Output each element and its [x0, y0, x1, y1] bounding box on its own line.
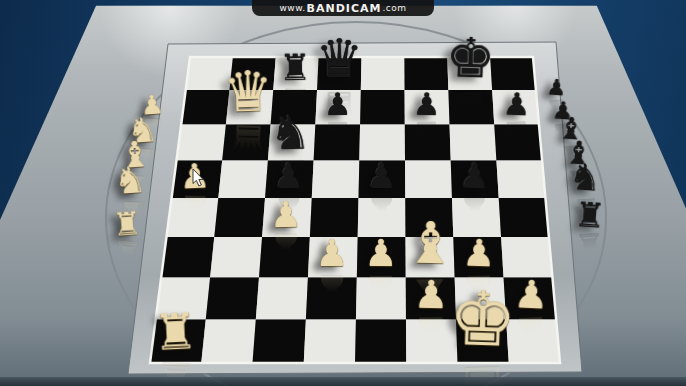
- square-c3[interactable]: [259, 237, 310, 278]
- piece-white-pawn-c4[interactable]: ♟: [261, 196, 312, 233]
- watermark-suffix: .com: [382, 3, 406, 13]
- square-b5[interactable]: [218, 161, 268, 199]
- piece-white-rook-a1[interactable]: ♜: [140, 307, 211, 360]
- piece-black-pawn-c5[interactable]: ♟: [264, 159, 312, 194]
- captured-white-rook: ♜: [104, 206, 151, 241]
- square-b3[interactable]: [210, 237, 262, 278]
- square-b4[interactable]: [214, 198, 265, 237]
- watermark-brand: BANDICAM: [307, 2, 382, 15]
- captured-white-knight: ♞: [104, 161, 157, 200]
- piece-black-knight-c6[interactable]: ♞: [258, 109, 323, 156]
- square-h6[interactable]: [494, 125, 542, 161]
- square-h4[interactable]: [499, 198, 549, 237]
- square-d1[interactable]: [304, 320, 356, 364]
- captured-black-rook: ♜: [565, 196, 615, 233]
- square-a4[interactable]: [166, 198, 218, 237]
- square-c1[interactable]: [253, 320, 306, 364]
- square-f5[interactable]: [405, 161, 452, 199]
- square-g7[interactable]: [448, 90, 494, 125]
- square-d5[interactable]: [312, 161, 360, 199]
- square-e7[interactable]: [360, 90, 405, 125]
- square-e1[interactable]: [355, 320, 406, 364]
- square-c2[interactable]: [256, 278, 308, 320]
- watermark-prefix: www.: [279, 3, 305, 13]
- chess-titans-screen: ♜♜♛♛♚♚♛♛♟♟♟♟♟♟♞♞♟♟♟♟♟♟♟♟♟♟♟♟♟♟♝♝♟♟♟♟♟♟♜♜…: [0, 0, 686, 386]
- square-b2[interactable]: [206, 278, 259, 320]
- table-front-edge: [0, 377, 686, 386]
- piece-black-queen-d8[interactable]: ♛: [302, 33, 377, 87]
- piece-white-pawn-g3[interactable]: ♟: [452, 235, 505, 274]
- square-d2[interactable]: [306, 278, 357, 320]
- piece-white-pawn-d3[interactable]: ♟: [306, 235, 358, 273]
- piece-black-pawn-h7[interactable]: ♟: [494, 88, 539, 121]
- piece-black-pawn-d7[interactable]: ♟: [316, 89, 360, 120]
- piece-white-king-g1[interactable]: ♚: [429, 281, 537, 360]
- bandicam-watermark: www.BANDICAM.com: [252, 0, 434, 16]
- captured-black-knight: ♞: [559, 158, 612, 197]
- piece-black-king-g8[interactable]: ♚: [431, 30, 510, 87]
- square-e2[interactable]: [356, 278, 406, 320]
- square-f6[interactable]: [405, 125, 451, 161]
- piece-black-pawn-f7[interactable]: ♟: [405, 89, 449, 121]
- mouse-cursor-icon: [192, 169, 204, 187]
- square-h5[interactable]: [496, 161, 545, 199]
- piece-black-pawn-e5[interactable]: ♟: [358, 159, 406, 193]
- piece-black-pawn-g5[interactable]: ♟: [451, 159, 500, 195]
- square-a3[interactable]: [161, 237, 214, 278]
